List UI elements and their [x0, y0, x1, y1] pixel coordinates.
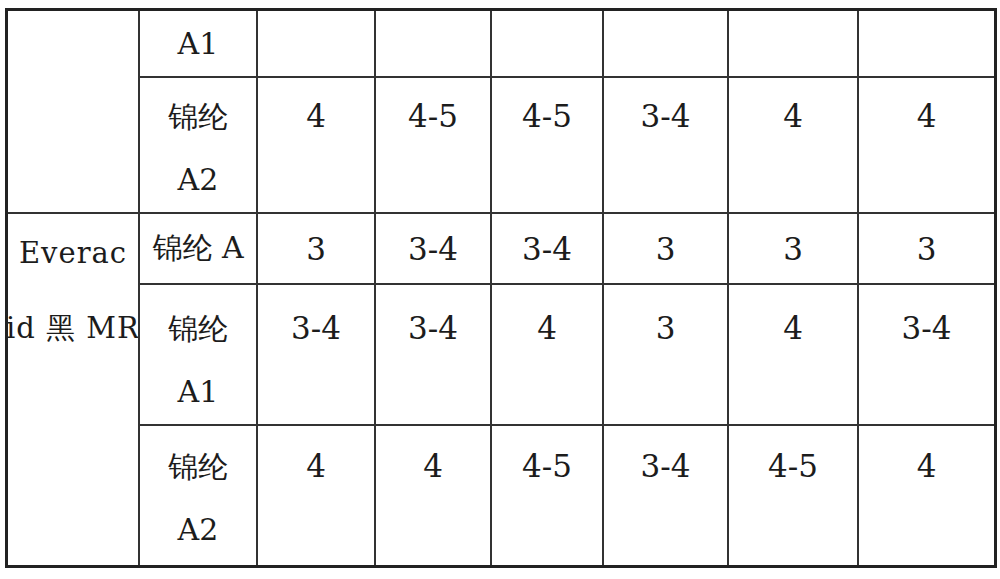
- rating-value: 4: [783, 297, 803, 360]
- rating-value: 3: [656, 231, 676, 267]
- row-label: 锦纶 A: [140, 214, 258, 285]
- value-cell: 4-5: [492, 78, 604, 214]
- value-cell: 3: [604, 285, 729, 426]
- row-label: A1: [140, 11, 258, 78]
- rating-value: 4-5: [522, 85, 572, 148]
- value-cell: 4-5: [729, 426, 859, 565]
- row-label-text: 锦纶 A: [152, 228, 243, 269]
- rating-value: 3: [917, 231, 937, 267]
- rating-value: 4: [783, 85, 803, 148]
- value-cell: 3-4: [258, 285, 376, 426]
- row-label-text: A1: [178, 26, 219, 61]
- rating-value: 4: [423, 435, 443, 498]
- value-cell: 4: [258, 78, 376, 214]
- rating-value: 3: [783, 231, 803, 267]
- rating-value: 3-4: [408, 231, 458, 267]
- ratings-table: Everac id 黑 MR A1 锦纶 A2 4 4-5 4-5 3-4 4 …: [5, 8, 997, 568]
- rating-value: 4: [306, 85, 326, 148]
- value-cell: 3-4: [376, 285, 492, 426]
- row-label: 锦纶 A2: [140, 426, 258, 565]
- value-cell: 4: [492, 285, 604, 426]
- group-label-line2: id 黑 MR: [8, 291, 140, 366]
- group-label-line1: Everac: [19, 216, 127, 291]
- value-cell: 3: [604, 214, 729, 285]
- value-cell-empty: [859, 11, 994, 78]
- value-cell: 4-5: [492, 426, 604, 565]
- rating-value: 3-4: [291, 297, 341, 360]
- value-cell: 3-4: [376, 214, 492, 285]
- rating-value: 3-4: [408, 297, 458, 360]
- value-cell: 3-4: [859, 285, 994, 426]
- row-label-line1: 锦纶: [168, 297, 228, 360]
- value-cell-empty: [258, 11, 376, 78]
- value-cell-empty: [729, 11, 859, 78]
- rating-value: 4-5: [522, 435, 572, 498]
- row-label-line1: 锦纶: [168, 435, 228, 498]
- group-cell-everacid: Everac id 黑 MR: [8, 214, 140, 565]
- rating-value: 3-4: [641, 435, 691, 498]
- rating-value: 3-4: [522, 231, 572, 267]
- value-cell: 4-5: [376, 78, 492, 214]
- value-cell: 3-4: [604, 78, 729, 214]
- page: { "document": { "kind": "scanned patent …: [0, 0, 1000, 579]
- value-cell: 3: [258, 214, 376, 285]
- rating-value: 3: [656, 297, 676, 360]
- row-label-line2: A2: [178, 148, 219, 211]
- rating-value: 3-4: [641, 85, 691, 148]
- value-cell: 4: [258, 426, 376, 565]
- value-cell: 4: [729, 285, 859, 426]
- value-cell-empty: [376, 11, 492, 78]
- row-label: 锦纶 A1: [140, 285, 258, 426]
- rating-value: 3: [306, 231, 326, 267]
- value-cell: 3-4: [492, 214, 604, 285]
- row-label: 锦纶 A2: [140, 78, 258, 214]
- value-cell: 3: [729, 214, 859, 285]
- value-cell-empty: [604, 11, 729, 78]
- value-cell: 4: [376, 426, 492, 565]
- rating-value: 4: [917, 85, 937, 148]
- row-label-line1: 锦纶: [168, 85, 228, 148]
- row-label-line2: A1: [178, 360, 219, 423]
- value-cell: 4: [729, 78, 859, 214]
- row-label-line2: A2: [178, 498, 219, 561]
- rating-value: 4-5: [408, 85, 458, 148]
- rating-value: 3-4: [902, 297, 952, 360]
- value-cell: 3-4: [604, 426, 729, 565]
- rating-value: 4: [917, 435, 937, 498]
- value-cell: 4: [859, 426, 994, 565]
- rating-value: 4-5: [768, 435, 818, 498]
- value-cell-empty: [492, 11, 604, 78]
- rating-value: 4: [537, 297, 557, 360]
- group-cell-empty: [8, 11, 140, 214]
- value-cell: 4: [859, 78, 994, 214]
- value-cell: 3: [859, 214, 994, 285]
- rating-value: 4: [306, 435, 326, 498]
